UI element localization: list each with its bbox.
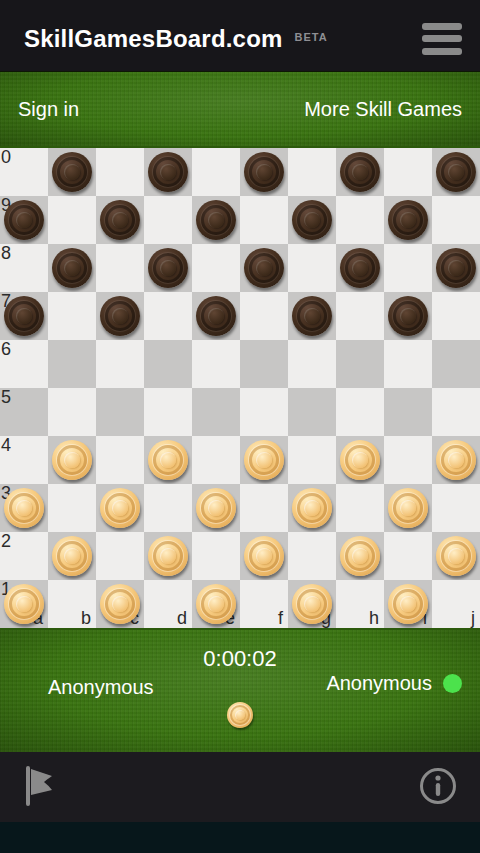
square-f1[interactable]: f [240,580,288,628]
square-c2[interactable] [96,532,144,580]
nav-bar: Sign in More Skill Games [0,71,480,148]
square-b4[interactable] [48,436,96,484]
square-c1[interactable]: c [96,580,144,628]
square-f8[interactable] [240,244,288,292]
square-b2[interactable] [48,532,96,580]
light-piece-d2[interactable] [148,536,188,576]
light-piece-b4[interactable] [52,440,92,480]
square-a10[interactable]: 0 [0,148,48,196]
square-h9[interactable] [336,196,384,244]
square-e3[interactable] [192,484,240,532]
square-j9[interactable] [432,196,480,244]
square-e1[interactable]: e [192,580,240,628]
square-j1[interactable]: j [432,580,480,628]
more-skill-games-link[interactable]: More Skill Games [304,98,462,121]
square-c3[interactable] [96,484,144,532]
light-piece-a1[interactable] [4,584,44,624]
square-i8[interactable] [384,244,432,292]
dark-piece-a9[interactable] [4,200,44,240]
square-h10[interactable] [336,148,384,196]
square-b6[interactable] [48,340,96,388]
white-piece-turn-indicator [227,702,253,728]
file-label: d [177,609,187,627]
square-i1[interactable]: i [384,580,432,628]
square-f6[interactable] [240,340,288,388]
square-g4[interactable] [288,436,336,484]
square-b7[interactable] [48,292,96,340]
square-b3[interactable] [48,484,96,532]
square-c5[interactable] [96,388,144,436]
square-g10[interactable] [288,148,336,196]
square-a4[interactable]: 4 [0,436,48,484]
light-piece-e3[interactable] [196,488,236,528]
square-e4[interactable] [192,436,240,484]
square-a7[interactable]: 7 [0,292,48,340]
dark-piece-h8[interactable] [340,248,380,288]
rank-label: 6 [1,340,11,358]
square-f2[interactable] [240,532,288,580]
resign-flag-icon [22,764,56,811]
header: SkillGamesBoard.com BETA [0,0,480,71]
square-d1[interactable]: d [144,580,192,628]
square-j10[interactable] [432,148,480,196]
file-label: f [278,609,283,627]
square-b5[interactable] [48,388,96,436]
square-j6[interactable] [432,340,480,388]
square-i10[interactable] [384,148,432,196]
square-j7[interactable] [432,292,480,340]
light-piece-c3[interactable] [100,488,140,528]
sign-in-link[interactable]: Sign in [18,98,79,121]
site-title: SkillGamesBoard.com [24,25,283,53]
square-f7[interactable] [240,292,288,340]
square-h6[interactable] [336,340,384,388]
dark-piece-e9[interactable] [196,200,236,240]
light-piece-j2[interactable] [436,536,476,576]
dark-piece-a7[interactable] [4,296,44,336]
game-status-panel: 0:00:02 Anonymous Anonymous [0,628,480,752]
dark-piece-i7[interactable] [388,296,428,336]
square-i2[interactable] [384,532,432,580]
square-h4[interactable] [336,436,384,484]
left-player-name: Anonymous [48,676,154,699]
square-g5[interactable] [288,388,336,436]
dark-piece-j8[interactable] [436,248,476,288]
square-e7[interactable] [192,292,240,340]
square-d6[interactable] [144,340,192,388]
light-piece-g3[interactable] [292,488,332,528]
square-a3[interactable]: 3 [0,484,48,532]
square-e10[interactable] [192,148,240,196]
square-h7[interactable] [336,292,384,340]
action-bar [0,752,480,822]
square-a1[interactable]: 1a [0,580,48,628]
dark-piece-g7[interactable] [292,296,332,336]
square-f4[interactable] [240,436,288,484]
square-a9[interactable]: 9 [0,196,48,244]
square-h8[interactable] [336,244,384,292]
rank-label: 5 [1,388,11,406]
square-h1[interactable]: h [336,580,384,628]
square-j4[interactable] [432,436,480,484]
square-h2[interactable] [336,532,384,580]
board: 0987654321abcdefghij [0,148,480,628]
square-i5[interactable] [384,388,432,436]
dark-piece-g9[interactable] [292,200,332,240]
square-d7[interactable] [144,292,192,340]
file-label: j [471,609,475,627]
dark-piece-d8[interactable] [148,248,188,288]
info-icon [418,766,458,809]
square-i9[interactable] [384,196,432,244]
square-h3[interactable] [336,484,384,532]
dark-piece-b8[interactable] [52,248,92,288]
info-button[interactable] [418,766,458,809]
square-i6[interactable] [384,340,432,388]
square-f10[interactable] [240,148,288,196]
app-screen: SkillGamesBoard.com BETA Sign in More Sk… [0,0,480,853]
light-piece-f4[interactable] [244,440,284,480]
light-piece-f2[interactable] [244,536,284,576]
file-label: b [81,609,91,627]
square-d9[interactable] [144,196,192,244]
light-piece-b2[interactable] [52,536,92,576]
dark-piece-f10[interactable] [244,152,284,192]
square-d5[interactable] [144,388,192,436]
dark-piece-f8[interactable] [244,248,284,288]
right-player: Anonymous [326,672,462,695]
square-f9[interactable] [240,196,288,244]
square-d2[interactable] [144,532,192,580]
square-d4[interactable] [144,436,192,484]
light-piece-h4[interactable] [340,440,380,480]
resign-flag-button[interactable] [22,764,56,811]
dark-piece-e7[interactable] [196,296,236,336]
square-c10[interactable] [96,148,144,196]
menu-bar [422,35,462,42]
square-i4[interactable] [384,436,432,484]
dark-piece-d10[interactable] [148,152,188,192]
square-g2[interactable] [288,532,336,580]
square-a5[interactable]: 5 [0,388,48,436]
dark-piece-c9[interactable] [100,200,140,240]
online-status-dot [443,674,462,693]
square-d10[interactable] [144,148,192,196]
square-c6[interactable] [96,340,144,388]
rank-label: 0 [1,148,11,166]
square-j5[interactable] [432,388,480,436]
square-c4[interactable] [96,436,144,484]
square-h5[interactable] [336,388,384,436]
dark-piece-i9[interactable] [388,200,428,240]
square-j8[interactable] [432,244,480,292]
square-i7[interactable] [384,292,432,340]
square-e6[interactable] [192,340,240,388]
square-b1[interactable]: b [48,580,96,628]
light-piece-h2[interactable] [340,536,380,576]
square-f3[interactable] [240,484,288,532]
dark-piece-h10[interactable] [340,152,380,192]
menu-bar [422,23,462,30]
square-g7[interactable] [288,292,336,340]
light-piece-a3[interactable] [4,488,44,528]
light-piece-i3[interactable] [388,488,428,528]
square-e8[interactable] [192,244,240,292]
square-j2[interactable] [432,532,480,580]
bottom-strip [0,822,480,853]
light-piece-d4[interactable] [148,440,188,480]
rank-label: 8 [1,244,11,262]
rank-label: 2 [1,532,11,550]
square-d8[interactable] [144,244,192,292]
square-e2[interactable] [192,532,240,580]
dark-piece-c7[interactable] [100,296,140,336]
menu-icon[interactable] [422,23,462,55]
light-piece-j4[interactable] [436,440,476,480]
light-piece-i1[interactable] [388,584,428,624]
square-i3[interactable] [384,484,432,532]
square-g3[interactable] [288,484,336,532]
light-piece-g1[interactable] [292,584,332,624]
square-c9[interactable] [96,196,144,244]
square-a6[interactable]: 6 [0,340,48,388]
rank-label: 4 [1,436,11,454]
beta-badge: BETA [295,31,328,43]
game-timer: 0:00:02 [0,646,480,672]
turn-indicator [227,702,253,728]
square-b10[interactable] [48,148,96,196]
square-a2[interactable]: 2 [0,532,48,580]
square-e9[interactable] [192,196,240,244]
square-g9[interactable] [288,196,336,244]
square-g8[interactable] [288,244,336,292]
square-a8[interactable]: 8 [0,244,48,292]
square-c8[interactable] [96,244,144,292]
right-player-name: Anonymous [326,672,432,695]
dark-piece-j10[interactable] [436,152,476,192]
square-d3[interactable] [144,484,192,532]
square-g1[interactable]: g [288,580,336,628]
square-f5[interactable] [240,388,288,436]
square-g6[interactable] [288,340,336,388]
square-c7[interactable] [96,292,144,340]
file-label: h [369,609,379,627]
square-j3[interactable] [432,484,480,532]
light-piece-c1[interactable] [100,584,140,624]
square-e5[interactable] [192,388,240,436]
square-b8[interactable] [48,244,96,292]
dark-piece-b10[interactable] [52,152,92,192]
menu-bar [422,48,462,55]
square-b9[interactable] [48,196,96,244]
light-piece-e1[interactable] [196,584,236,624]
